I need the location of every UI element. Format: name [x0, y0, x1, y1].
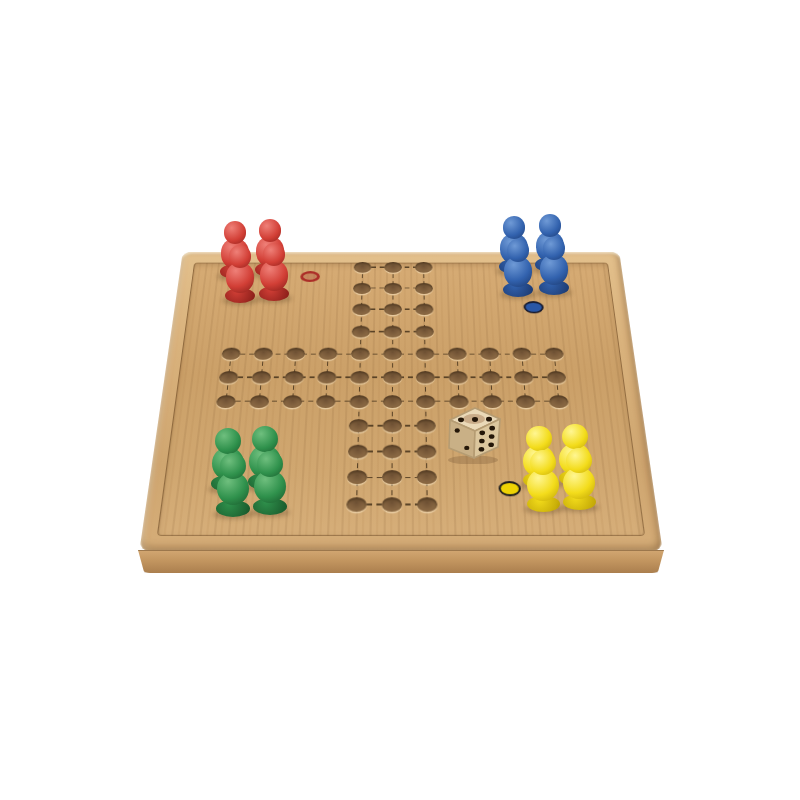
peg-head [215, 428, 241, 454]
peg-head [220, 453, 246, 479]
die-pip [488, 442, 494, 447]
peg-yellow-3[interactable] [527, 450, 560, 512]
peg-head [229, 245, 252, 268]
peg-red-3[interactable] [225, 245, 255, 303]
peg-head [263, 243, 286, 266]
peg-head [526, 426, 551, 451]
peg-head [543, 237, 566, 260]
peg-head [530, 450, 555, 475]
die-pip [464, 446, 469, 450]
peg-green-4[interactable] [253, 451, 287, 515]
peg-head [566, 448, 591, 473]
product-photo [0, 0, 800, 800]
die-pip [479, 447, 485, 452]
die[interactable] [444, 402, 506, 464]
peg-yellow-4[interactable] [563, 448, 596, 510]
die-pip [489, 426, 495, 431]
die-pip [472, 417, 478, 422]
die-pip [455, 428, 460, 432]
peg-head [224, 221, 247, 244]
peg-head [562, 424, 587, 449]
peg-blue-4[interactable] [539, 237, 569, 295]
pieces-layer [0, 0, 800, 800]
peg-head [539, 214, 562, 237]
die-pip [479, 431, 485, 436]
die-pip [489, 434, 495, 439]
peg-green-3[interactable] [216, 453, 250, 517]
peg-head [507, 239, 530, 262]
die-pip [458, 417, 464, 422]
peg-red-4[interactable] [259, 243, 289, 301]
peg-head [257, 451, 283, 477]
peg-head [252, 426, 278, 452]
peg-blue-3[interactable] [503, 239, 533, 297]
peg-head [503, 216, 526, 239]
die-pip [486, 417, 492, 422]
die-pip [479, 439, 485, 444]
peg-head [259, 219, 282, 242]
